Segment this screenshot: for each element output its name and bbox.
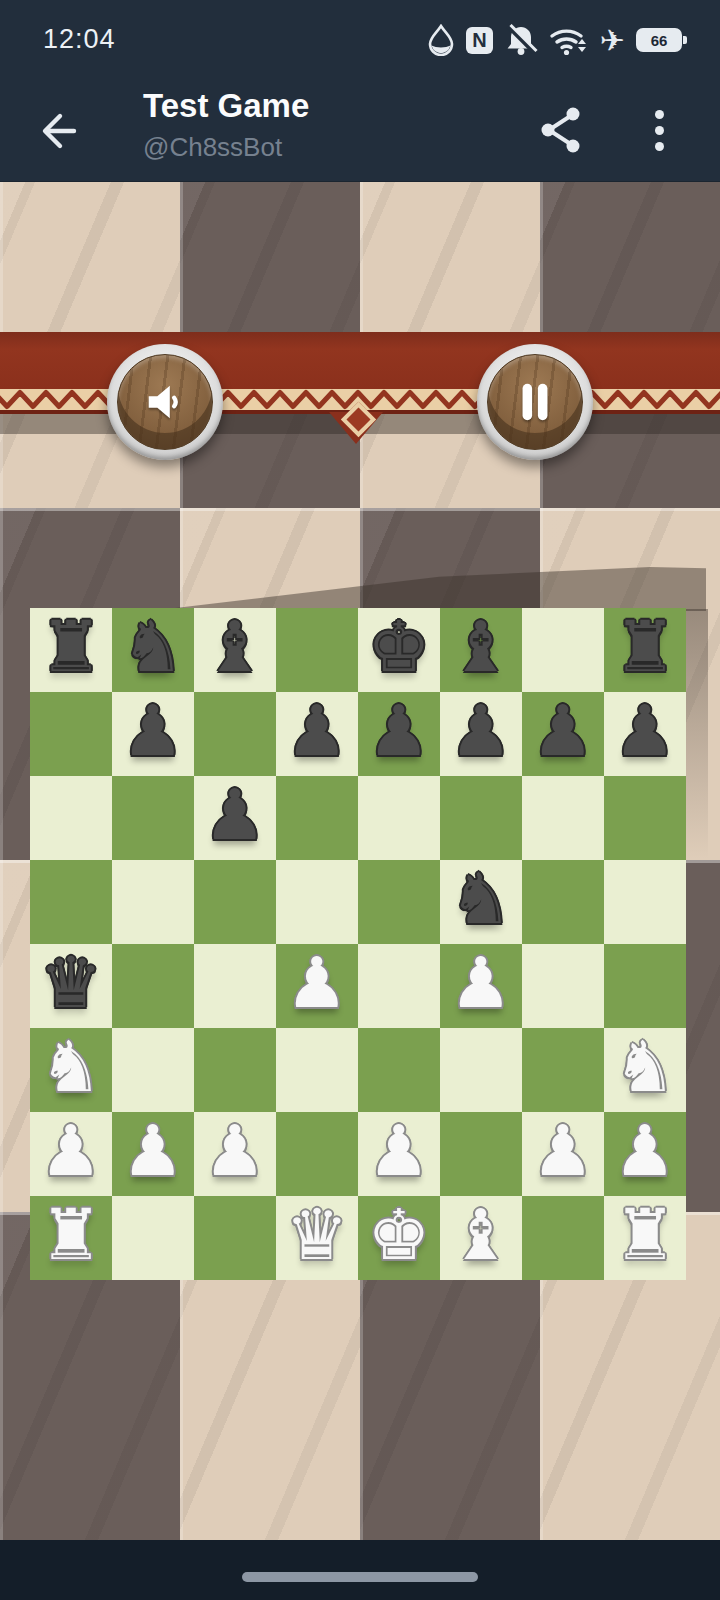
square-g8[interactable] — [522, 608, 604, 692]
square-a8[interactable]: ♜ — [30, 608, 112, 692]
piece-white-pawn: ♟ — [204, 1109, 267, 1193]
square-b3[interactable] — [112, 1028, 194, 1112]
square-c4[interactable] — [194, 944, 276, 1028]
piece-black-bishop: ♝ — [204, 605, 267, 689]
square-h2[interactable]: ♟ — [604, 1112, 686, 1196]
square-b4[interactable] — [112, 944, 194, 1028]
square-c5[interactable] — [194, 860, 276, 944]
square-d1[interactable]: ♛ — [276, 1196, 358, 1280]
piece-white-knight: ♞ — [40, 1025, 103, 1109]
square-b7[interactable]: ♟ — [112, 692, 194, 776]
airplane-icon: ✈ — [600, 23, 625, 58]
battery-icon: 66 — [636, 28, 682, 52]
square-g5[interactable] — [522, 860, 604, 944]
square-d8[interactable] — [276, 608, 358, 692]
piece-white-pawn: ♟ — [614, 1109, 677, 1193]
bot-username: @Ch8ssBot — [143, 132, 282, 163]
share-button[interactable] — [536, 102, 586, 158]
square-a5[interactable] — [30, 860, 112, 944]
square-a1[interactable]: ♜ — [30, 1196, 112, 1280]
square-e7[interactable]: ♟ — [358, 692, 440, 776]
square-e3[interactable] — [358, 1028, 440, 1112]
water-drop-icon — [427, 24, 455, 56]
app-header: Test Game @Ch8ssBot — [0, 80, 720, 182]
pause-icon — [512, 379, 558, 425]
square-c1[interactable] — [194, 1196, 276, 1280]
piece-white-queen: ♛ — [286, 1193, 349, 1277]
piece-black-pawn: ♟ — [286, 689, 349, 773]
square-a7[interactable] — [30, 692, 112, 776]
square-d3[interactable] — [276, 1028, 358, 1112]
square-g7[interactable]: ♟ — [522, 692, 604, 776]
status-icons: N ✈ 6 — [427, 0, 682, 80]
square-g6[interactable] — [522, 776, 604, 860]
square-d2[interactable] — [276, 1112, 358, 1196]
square-h3[interactable]: ♞ — [604, 1028, 686, 1112]
square-e6[interactable] — [358, 776, 440, 860]
square-h1[interactable]: ♜ — [604, 1196, 686, 1280]
piece-white-pawn: ♟ — [122, 1109, 185, 1193]
nfc-icon: N — [466, 27, 493, 54]
game-area: ♜♞♝♚♝♜♟♟♟♟♟♟♟♞♛♟♟♞♞♟♟♟♟♟♟♜♛♚♝♜ — [0, 181, 720, 1540]
square-e2[interactable]: ♟ — [358, 1112, 440, 1196]
piece-black-knight: ♞ — [122, 605, 185, 689]
square-h7[interactable]: ♟ — [604, 692, 686, 776]
piece-white-king: ♚ — [368, 1193, 431, 1277]
square-f2[interactable] — [440, 1112, 522, 1196]
square-f6[interactable] — [440, 776, 522, 860]
speaker-icon — [142, 379, 188, 425]
pause-button-wood — [487, 354, 583, 450]
square-f7[interactable]: ♟ — [440, 692, 522, 776]
square-h4[interactable] — [604, 944, 686, 1028]
piece-white-pawn: ♟ — [40, 1109, 103, 1193]
piece-black-pawn: ♟ — [450, 689, 513, 773]
square-c8[interactable]: ♝ — [194, 608, 276, 692]
square-f1[interactable]: ♝ — [440, 1196, 522, 1280]
overflow-menu-button[interactable] — [638, 100, 680, 160]
square-g1[interactable] — [522, 1196, 604, 1280]
square-e8[interactable]: ♚ — [358, 608, 440, 692]
square-g4[interactable] — [522, 944, 604, 1028]
square-b8[interactable]: ♞ — [112, 608, 194, 692]
chess-board: ♜♞♝♚♝♜♟♟♟♟♟♟♟♞♛♟♟♞♞♟♟♟♟♟♟♜♛♚♝♜ — [30, 608, 686, 1280]
piece-white-pawn: ♟ — [286, 941, 349, 1025]
piece-black-pawn: ♟ — [614, 689, 677, 773]
piece-black-pawn: ♟ — [532, 689, 595, 773]
square-c2[interactable]: ♟ — [194, 1112, 276, 1196]
pause-button[interactable] — [477, 344, 593, 460]
piece-black-knight: ♞ — [450, 857, 513, 941]
sound-button[interactable] — [107, 344, 223, 460]
board-cast-shadow-side — [686, 609, 708, 859]
square-b6[interactable] — [112, 776, 194, 860]
square-c3[interactable] — [194, 1028, 276, 1112]
piece-white-rook: ♜ — [614, 1193, 677, 1277]
square-c6[interactable]: ♟ — [194, 776, 276, 860]
square-h8[interactable]: ♜ — [604, 608, 686, 692]
piece-white-pawn: ♟ — [368, 1109, 431, 1193]
square-a3[interactable]: ♞ — [30, 1028, 112, 1112]
piece-black-pawn: ♟ — [368, 689, 431, 773]
square-d5[interactable] — [276, 860, 358, 944]
clock: 12:04 — [43, 24, 116, 55]
square-c7[interactable] — [194, 692, 276, 776]
square-f4[interactable]: ♟ — [440, 944, 522, 1028]
square-d4[interactable]: ♟ — [276, 944, 358, 1028]
square-e1[interactable]: ♚ — [358, 1196, 440, 1280]
square-b1[interactable] — [112, 1196, 194, 1280]
piece-black-bishop: ♝ — [450, 605, 513, 689]
square-d7[interactable]: ♟ — [276, 692, 358, 776]
system-nav-bar — [0, 1540, 720, 1600]
square-g3[interactable] — [522, 1028, 604, 1112]
piece-black-pawn: ♟ — [204, 773, 267, 857]
piece-black-pawn: ♟ — [122, 689, 185, 773]
square-h5[interactable] — [604, 860, 686, 944]
battery-percent: 66 — [651, 32, 668, 49]
piece-white-pawn: ♟ — [532, 1109, 595, 1193]
piece-white-knight: ♞ — [614, 1025, 677, 1109]
piece-white-pawn: ♟ — [450, 941, 513, 1025]
piece-black-rook: ♜ — [614, 605, 677, 689]
square-g2[interactable]: ♟ — [522, 1112, 604, 1196]
battery-nub — [683, 36, 687, 44]
square-f5[interactable]: ♞ — [440, 860, 522, 944]
square-h6[interactable] — [604, 776, 686, 860]
notifications-off-icon — [504, 24, 538, 56]
square-f8[interactable]: ♝ — [440, 608, 522, 692]
sound-button-wood — [117, 354, 213, 450]
square-e5[interactable] — [358, 860, 440, 944]
square-b2[interactable]: ♟ — [112, 1112, 194, 1196]
square-a6[interactable] — [30, 776, 112, 860]
piece-black-queen: ♛ — [40, 941, 103, 1025]
page-title: Test Game — [143, 87, 309, 125]
status-bar: 12:04 N — [0, 0, 720, 80]
piece-white-rook: ♜ — [40, 1193, 103, 1277]
square-b5[interactable] — [112, 860, 194, 944]
square-a4[interactable]: ♛ — [30, 944, 112, 1028]
piece-white-bishop: ♝ — [450, 1193, 513, 1277]
wifi-icon — [549, 24, 589, 56]
piece-black-rook: ♜ — [40, 605, 103, 689]
square-f3[interactable] — [440, 1028, 522, 1112]
phone-screen: 12:04 N — [0, 0, 720, 1600]
back-button[interactable] — [30, 105, 82, 157]
square-e4[interactable] — [358, 944, 440, 1028]
piece-black-king: ♚ — [368, 605, 431, 689]
banner-band — [0, 332, 720, 389]
square-a2[interactable]: ♟ — [30, 1112, 112, 1196]
square-d6[interactable] — [276, 776, 358, 860]
home-indicator[interactable] — [242, 1572, 478, 1582]
